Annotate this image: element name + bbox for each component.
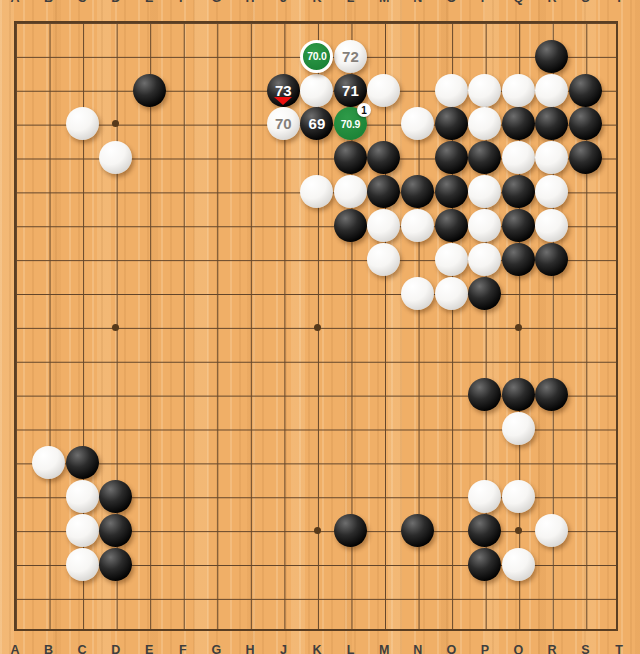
column-label: T xyxy=(607,643,631,654)
column-label: D xyxy=(104,643,128,654)
white-stone[interactable] xyxy=(66,107,99,140)
winrate-label: 70.9 xyxy=(341,119,360,130)
black-stone[interactable] xyxy=(334,209,367,242)
column-label: Q xyxy=(506,0,530,5)
column-label: B xyxy=(37,643,61,654)
white-stone[interactable] xyxy=(300,175,333,208)
column-label: H xyxy=(238,643,262,654)
column-label: D xyxy=(104,0,128,5)
white-stone[interactable] xyxy=(535,141,568,174)
column-label: O xyxy=(439,0,463,5)
white-stone[interactable] xyxy=(401,107,434,140)
column-label: K xyxy=(305,643,329,654)
black-stone[interactable] xyxy=(66,446,99,479)
white-stone[interactable] xyxy=(435,243,468,276)
white-stone[interactable] xyxy=(502,141,535,174)
black-stone[interactable] xyxy=(535,40,568,73)
column-label: A xyxy=(3,0,27,5)
black-stone[interactable] xyxy=(367,141,400,174)
column-label: L xyxy=(339,0,363,5)
black-stone[interactable] xyxy=(468,141,501,174)
black-stone[interactable] xyxy=(468,514,501,547)
black-stone[interactable] xyxy=(535,107,568,140)
column-label: R xyxy=(540,643,564,654)
white-stone[interactable] xyxy=(435,277,468,310)
white-stone[interactable] xyxy=(367,243,400,276)
column-label: R xyxy=(540,0,564,5)
black-stone[interactable] xyxy=(502,378,535,411)
column-label: G xyxy=(204,0,228,5)
white-stone[interactable] xyxy=(66,514,99,547)
column-label: A xyxy=(3,643,27,654)
white-stone[interactable] xyxy=(468,243,501,276)
black-stone[interactable]: 73 xyxy=(267,74,300,107)
column-label: Q xyxy=(506,643,530,654)
column-label: P xyxy=(473,643,497,654)
white-stone[interactable] xyxy=(468,209,501,242)
white-stone[interactable] xyxy=(435,74,468,107)
black-stone[interactable] xyxy=(502,175,535,208)
black-stone[interactable]: 71 xyxy=(334,74,367,107)
column-label: J xyxy=(271,0,295,5)
winrate-label: 70.0 xyxy=(307,51,326,62)
column-label: P xyxy=(473,0,497,5)
black-stone[interactable] xyxy=(367,175,400,208)
column-label: B xyxy=(37,0,61,5)
black-stone[interactable] xyxy=(468,378,501,411)
column-label: C xyxy=(70,0,94,5)
black-stone[interactable] xyxy=(468,277,501,310)
black-stone[interactable]: 69 xyxy=(300,107,333,140)
black-stone[interactable] xyxy=(334,141,367,174)
black-stone[interactable] xyxy=(569,74,602,107)
column-label: S xyxy=(574,0,598,5)
black-stone[interactable] xyxy=(502,209,535,242)
column-label: N xyxy=(406,643,430,654)
black-stone[interactable] xyxy=(401,175,434,208)
column-label: T xyxy=(607,0,631,5)
black-stone[interactable] xyxy=(133,74,166,107)
black-stone[interactable] xyxy=(435,141,468,174)
black-stone[interactable] xyxy=(99,480,132,513)
black-stone[interactable] xyxy=(502,107,535,140)
white-stone[interactable] xyxy=(535,74,568,107)
black-stone[interactable] xyxy=(569,107,602,140)
white-stone[interactable] xyxy=(502,74,535,107)
column-label: L xyxy=(339,643,363,654)
black-stone[interactable] xyxy=(468,548,501,581)
column-label: G xyxy=(204,643,228,654)
move-number-label: 72 xyxy=(342,49,359,64)
white-stone[interactable] xyxy=(502,548,535,581)
white-stone[interactable] xyxy=(468,480,501,513)
white-stone[interactable]: 72 xyxy=(334,40,367,73)
black-stone[interactable] xyxy=(99,514,132,547)
black-stone[interactable] xyxy=(435,209,468,242)
stones-layer: 727371706970.070.91 xyxy=(0,5,636,649)
column-label: F xyxy=(171,643,195,654)
white-stone[interactable] xyxy=(300,74,333,107)
white-stone[interactable]: 70 xyxy=(267,107,300,140)
column-label: F xyxy=(171,0,195,5)
move-number-label: 71 xyxy=(342,83,359,98)
white-stone[interactable] xyxy=(66,480,99,513)
white-stone[interactable] xyxy=(535,514,568,547)
white-stone[interactable] xyxy=(535,175,568,208)
column-label: C xyxy=(70,643,94,654)
go-board[interactable]: ABCDEFGHJKLMNOPQRST 727371706970.070.91 … xyxy=(0,0,640,654)
white-stone[interactable] xyxy=(334,175,367,208)
suggestion-rank-badge: 1 xyxy=(357,103,371,117)
column-label: K xyxy=(305,0,329,5)
white-stone[interactable] xyxy=(32,446,65,479)
white-stone[interactable] xyxy=(468,74,501,107)
move-number-label: 73 xyxy=(275,83,292,98)
column-label: M xyxy=(372,0,396,5)
move-number-label: 70 xyxy=(275,116,292,131)
column-label: O xyxy=(439,643,463,654)
column-label: E xyxy=(137,0,161,5)
black-stone[interactable] xyxy=(535,243,568,276)
black-stone[interactable] xyxy=(569,141,602,174)
column-label: E xyxy=(137,643,161,654)
white-stone[interactable] xyxy=(502,412,535,445)
column-label: N xyxy=(406,0,430,5)
white-stone[interactable] xyxy=(535,209,568,242)
ai-suggestion-circle[interactable]: 70.0 xyxy=(300,40,333,73)
column-label: S xyxy=(574,643,598,654)
column-label: J xyxy=(271,643,295,654)
ai-suggestion-circle[interactable]: 70.91 xyxy=(334,107,367,140)
white-stone[interactable] xyxy=(99,141,132,174)
black-stone[interactable] xyxy=(401,514,434,547)
white-stone[interactable] xyxy=(468,175,501,208)
white-stone[interactable] xyxy=(367,74,400,107)
black-stone[interactable] xyxy=(535,378,568,411)
black-stone[interactable] xyxy=(502,243,535,276)
white-stone[interactable] xyxy=(468,107,501,140)
last-move-triangle-marker xyxy=(274,97,292,105)
black-stone[interactable] xyxy=(435,107,468,140)
column-label: H xyxy=(238,0,262,5)
white-stone[interactable] xyxy=(401,277,434,310)
black-stone[interactable] xyxy=(435,175,468,208)
black-stone[interactable] xyxy=(334,514,367,547)
white-stone[interactable] xyxy=(401,209,434,242)
white-stone[interactable] xyxy=(502,480,535,513)
white-stone[interactable] xyxy=(367,209,400,242)
move-number-label: 69 xyxy=(309,116,326,131)
white-stone[interactable] xyxy=(66,548,99,581)
column-label: M xyxy=(372,643,396,654)
black-stone[interactable] xyxy=(99,548,132,581)
